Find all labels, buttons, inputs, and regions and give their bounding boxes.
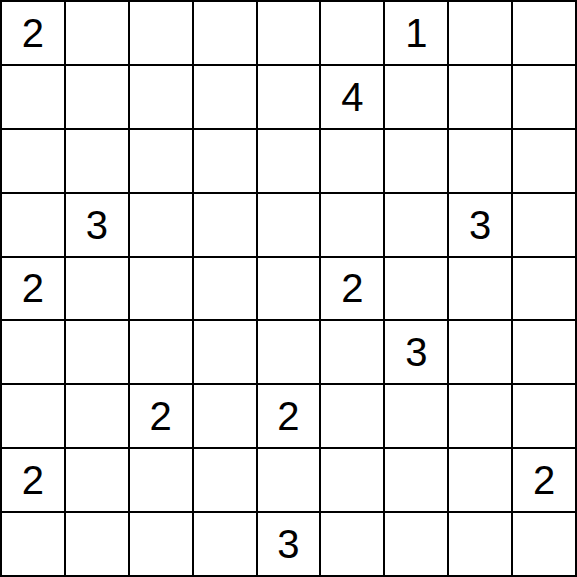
- cell-r8c7[interactable]: [385, 449, 447, 511]
- cell-r1c3[interactable]: [130, 2, 192, 64]
- cell-r3c6[interactable]: [321, 130, 383, 192]
- cell-r5c2[interactable]: [66, 258, 128, 320]
- cell-r5c9[interactable]: [513, 258, 575, 320]
- cell-r6c6[interactable]: [321, 321, 383, 383]
- cell-r8c4[interactable]: [194, 449, 256, 511]
- cell-r7c9[interactable]: [513, 385, 575, 447]
- cell-r7c7[interactable]: [385, 385, 447, 447]
- clue-number: 2: [22, 460, 44, 500]
- puzzle-board-container: 2143322322223: [0, 0, 577, 577]
- cell-r3c5[interactable]: [258, 130, 320, 192]
- clue-number: 2: [22, 13, 44, 53]
- cell-r6c4[interactable]: [194, 321, 256, 383]
- cell-r8c8[interactable]: [449, 449, 511, 511]
- cell-r9c6[interactable]: [321, 513, 383, 575]
- clue-number: 4: [341, 77, 363, 117]
- cell-r4c3[interactable]: [130, 194, 192, 256]
- clue-number: 2: [22, 268, 44, 308]
- cell-r1c7[interactable]: 1: [385, 2, 447, 64]
- cell-r7c4[interactable]: [194, 385, 256, 447]
- cell-r9c9[interactable]: [513, 513, 575, 575]
- cell-r6c7[interactable]: 3: [385, 321, 447, 383]
- cell-r9c7[interactable]: [385, 513, 447, 575]
- cell-r6c9[interactable]: [513, 321, 575, 383]
- cell-r5c4[interactable]: [194, 258, 256, 320]
- cell-r5c6[interactable]: 2: [321, 258, 383, 320]
- clue-number: 3: [405, 332, 427, 372]
- cell-r4c1[interactable]: [2, 194, 64, 256]
- cell-r8c2[interactable]: [66, 449, 128, 511]
- cell-r4c8[interactable]: 3: [449, 194, 511, 256]
- cell-r2c7[interactable]: [385, 66, 447, 128]
- cell-r3c7[interactable]: [385, 130, 447, 192]
- clue-number: 2: [341, 268, 363, 308]
- cell-r1c4[interactable]: [194, 2, 256, 64]
- cell-r6c5[interactable]: [258, 321, 320, 383]
- cell-r2c2[interactable]: [66, 66, 128, 128]
- cell-r5c5[interactable]: [258, 258, 320, 320]
- clue-number: 2: [277, 396, 299, 436]
- cell-r8c1[interactable]: 2: [2, 449, 64, 511]
- cell-r1c1[interactable]: 2: [2, 2, 64, 64]
- cell-r8c9[interactable]: 2: [513, 449, 575, 511]
- cell-r1c5[interactable]: [258, 2, 320, 64]
- cell-r3c4[interactable]: [194, 130, 256, 192]
- cell-r5c3[interactable]: [130, 258, 192, 320]
- cell-r2c3[interactable]: [130, 66, 192, 128]
- cell-r3c8[interactable]: [449, 130, 511, 192]
- cell-r2c9[interactable]: [513, 66, 575, 128]
- cell-r8c3[interactable]: [130, 449, 192, 511]
- cell-r9c8[interactable]: [449, 513, 511, 575]
- cell-r4c7[interactable]: [385, 194, 447, 256]
- cell-r5c1[interactable]: 2: [2, 258, 64, 320]
- cell-r3c1[interactable]: [2, 130, 64, 192]
- clue-number: 1: [405, 13, 427, 53]
- cell-r2c1[interactable]: [2, 66, 64, 128]
- cell-r6c8[interactable]: [449, 321, 511, 383]
- cell-r1c9[interactable]: [513, 2, 575, 64]
- cell-r1c6[interactable]: [321, 2, 383, 64]
- cell-r6c2[interactable]: [66, 321, 128, 383]
- cell-r9c5[interactable]: 3: [258, 513, 320, 575]
- cell-r5c7[interactable]: [385, 258, 447, 320]
- cell-r7c8[interactable]: [449, 385, 511, 447]
- minesweeper-board: 2143322322223: [0, 0, 577, 577]
- cell-r9c4[interactable]: [194, 513, 256, 575]
- clue-number: 3: [86, 205, 108, 245]
- clue-number: 3: [277, 524, 299, 564]
- cell-r4c6[interactable]: [321, 194, 383, 256]
- cell-r4c5[interactable]: [258, 194, 320, 256]
- clue-number: 2: [533, 460, 555, 500]
- cell-r3c9[interactable]: [513, 130, 575, 192]
- cell-r6c1[interactable]: [2, 321, 64, 383]
- cell-r9c1[interactable]: [2, 513, 64, 575]
- cell-r2c4[interactable]: [194, 66, 256, 128]
- cell-r7c2[interactable]: [66, 385, 128, 447]
- cell-r1c2[interactable]: [66, 2, 128, 64]
- cell-r9c3[interactable]: [130, 513, 192, 575]
- cell-r8c6[interactable]: [321, 449, 383, 511]
- cell-r8c5[interactable]: [258, 449, 320, 511]
- cell-r7c6[interactable]: [321, 385, 383, 447]
- cell-r7c5[interactable]: 2: [258, 385, 320, 447]
- cell-r2c5[interactable]: [258, 66, 320, 128]
- cell-r5c8[interactable]: [449, 258, 511, 320]
- cell-r7c1[interactable]: [2, 385, 64, 447]
- cell-r3c2[interactable]: [66, 130, 128, 192]
- cell-r4c4[interactable]: [194, 194, 256, 256]
- cell-r2c8[interactable]: [449, 66, 511, 128]
- cell-r4c9[interactable]: [513, 194, 575, 256]
- cell-r1c8[interactable]: [449, 2, 511, 64]
- cell-r2c6[interactable]: 4: [321, 66, 383, 128]
- clue-number: 3: [469, 205, 491, 245]
- cell-r9c2[interactable]: [66, 513, 128, 575]
- cell-r3c3[interactable]: [130, 130, 192, 192]
- cell-r6c3[interactable]: [130, 321, 192, 383]
- cell-r4c2[interactable]: 3: [66, 194, 128, 256]
- cell-r7c3[interactable]: 2: [130, 385, 192, 447]
- clue-number: 2: [150, 396, 172, 436]
